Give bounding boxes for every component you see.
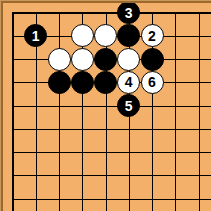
diagram-frame: 312465 <box>0 0 211 211</box>
stones-grid: 312465 <box>3 3 210 210</box>
stone-label: 5 <box>125 98 133 112</box>
white-stone <box>94 24 117 47</box>
stone-label: 6 <box>148 75 156 89</box>
white-stone <box>117 48 140 71</box>
white-stone: 6 <box>141 71 164 94</box>
black-stone <box>71 71 94 94</box>
black-stone <box>48 71 71 94</box>
go-board: 312465 <box>3 3 211 211</box>
white-stone <box>71 24 94 47</box>
black-stone <box>117 24 140 47</box>
black-stone <box>94 71 117 94</box>
black-stone <box>94 48 117 71</box>
black-stone: 5 <box>117 94 140 117</box>
black-stone <box>141 48 164 71</box>
white-stone <box>71 48 94 71</box>
white-stone <box>48 48 71 71</box>
black-stone: 1 <box>24 24 47 47</box>
stone-label: 3 <box>125 5 133 19</box>
white-stone: 2 <box>141 24 164 47</box>
stone-label: 1 <box>32 28 40 42</box>
black-stone: 3 <box>117 3 140 24</box>
stone-label: 2 <box>148 28 156 42</box>
stone-label: 4 <box>125 75 133 89</box>
white-stone: 4 <box>117 71 140 94</box>
